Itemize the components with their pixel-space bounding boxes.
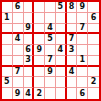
cell-r6c9[interactable] [88,56,99,67]
cell-r2c5[interactable] [45,13,56,24]
cell-r4c8[interactable] [77,34,88,45]
cell-r3c4[interactable] [34,24,45,35]
cell-r4c4[interactable] [34,34,45,45]
cell-r1c6[interactable]: 5 [56,2,67,13]
cell-r1c1[interactable] [2,2,13,13]
cell-r3c5[interactable]: 4 [45,24,56,35]
cell-r4c5[interactable]: 5 [45,34,56,45]
cell-r5c2[interactable] [13,45,24,56]
cell-r5c7[interactable]: 3 [67,45,78,56]
cell-r1c9[interactable] [88,2,99,13]
cell-r6c8[interactable]: 1 [77,56,88,67]
cell-r8c1[interactable]: 5 [2,77,13,88]
cell-r7c5[interactable]: 9 [45,67,56,78]
cell-r9c3[interactable]: 4 [24,88,35,99]
cell-r6c7[interactable] [67,56,78,67]
cell-r7c2[interactable]: 7 [13,67,24,78]
cell-r1c8[interactable]: 9 [77,2,88,13]
cell-r4c2[interactable]: 4 [13,34,24,45]
cell-r6c3[interactable]: 3 [24,56,35,67]
cell-r6c4[interactable] [34,56,45,67]
cell-r1c2[interactable]: 6 [13,2,24,13]
cell-r7c1[interactable] [2,67,13,78]
cell-r4c6[interactable] [56,34,67,45]
cell-r3c6[interactable] [56,24,67,35]
cell-r9c9[interactable] [88,88,99,99]
cell-r2c1[interactable]: 1 [2,13,13,24]
cell-r3c7[interactable] [67,24,78,35]
cell-r8c3[interactable] [24,77,35,88]
cell-r3c9[interactable] [88,24,99,35]
cell-r4c7[interactable]: 7 [67,34,78,45]
cell-r5c5[interactable] [45,45,56,56]
cell-r7c8[interactable] [77,67,88,78]
cell-r6c6[interactable] [56,56,67,67]
cell-r2c9[interactable]: 6 [88,13,99,24]
cell-r2c8[interactable] [77,13,88,24]
cell-r5c8[interactable] [77,45,88,56]
cell-r3c8[interactable]: 7 [77,24,88,35]
cell-r7c3[interactable] [24,67,35,78]
cell-r6c1[interactable] [2,56,13,67]
cell-r8c9[interactable]: 2 [88,77,99,88]
cell-r9c7[interactable] [67,88,78,99]
cell-r2c7[interactable] [67,13,78,24]
cell-r5c6[interactable]: 4 [56,45,67,56]
cell-r7c6[interactable] [56,67,67,78]
cell-r6c5[interactable]: 7 [45,56,56,67]
cell-r4c9[interactable] [88,34,99,45]
cell-r9c8[interactable]: 6 [77,88,88,99]
cell-r1c5[interactable] [45,2,56,13]
cell-r7c7[interactable]: 4 [67,67,78,78]
cell-r9c6[interactable] [56,88,67,99]
cell-r2c4[interactable] [34,13,45,24]
cell-r8c7[interactable] [67,77,78,88]
cell-r2c3[interactable] [24,13,35,24]
sudoku-board: 6589169474576943371794529426 [0,0,101,101]
cell-r7c4[interactable] [34,67,45,78]
cell-r9c5[interactable] [45,88,56,99]
cell-r8c2[interactable] [13,77,24,88]
cell-r5c9[interactable] [88,45,99,56]
cell-r2c6[interactable] [56,13,67,24]
cell-r3c3[interactable]: 9 [24,24,35,35]
cell-r7c9[interactable] [88,67,99,78]
cell-r5c1[interactable] [2,45,13,56]
cell-r9c1[interactable] [2,88,13,99]
cell-r8c6[interactable] [56,77,67,88]
cell-r5c3[interactable]: 6 [24,45,35,56]
cell-r2c2[interactable] [13,13,24,24]
cell-r8c8[interactable] [77,77,88,88]
cell-r5c4[interactable]: 9 [34,45,45,56]
cell-r4c3[interactable] [24,34,35,45]
cell-r8c4[interactable] [34,77,45,88]
cell-r6c2[interactable] [13,56,24,67]
cell-r9c2[interactable]: 9 [13,88,24,99]
cell-r4c1[interactable] [2,34,13,45]
cell-r1c4[interactable] [34,2,45,13]
cell-r1c3[interactable] [24,2,35,13]
cell-r1c7[interactable]: 8 [67,2,78,13]
cell-r3c1[interactable] [2,24,13,35]
cell-r3c2[interactable] [13,24,24,35]
cell-r8c5[interactable] [45,77,56,88]
cell-r9c4[interactable]: 2 [34,88,45,99]
